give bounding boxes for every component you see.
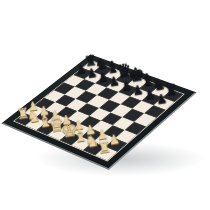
board-tilt-wrapper: ♜♞♝♛♚♝♞♜♟♟♟♟♟♟♟♟♟♟♟♟♟♟♟♟♜♞♝♛♚♝♞♜ bbox=[19, 28, 179, 188]
piece-black-rook: ♜ bbox=[82, 53, 98, 68]
piece-white-rook: ♜ bbox=[14, 105, 31, 121]
square-h8: ♜ bbox=[162, 90, 183, 102]
piece-black-knight: ♞ bbox=[150, 77, 167, 94]
chess-board-grid: ♜♞♝♛♚♝♞♜♟♟♟♟♟♟♟♟♟♟♟♟♟♟♟♟♜♞♝♛♚♝♞♜ bbox=[13, 60, 185, 161]
chess-product-photo: ♜♞♝♛♚♝♞♜♟♟♟♟♟♟♟♟♟♟♟♟♟♟♟♟♜♞♝♛♚♝♞♜ bbox=[0, 0, 210, 210]
chess-board: ♜♞♝♛♚♝♞♜♟♟♟♟♟♟♟♟♟♟♟♟♟♟♟♟♜♞♝♛♚♝♞♜ bbox=[1, 54, 197, 170]
